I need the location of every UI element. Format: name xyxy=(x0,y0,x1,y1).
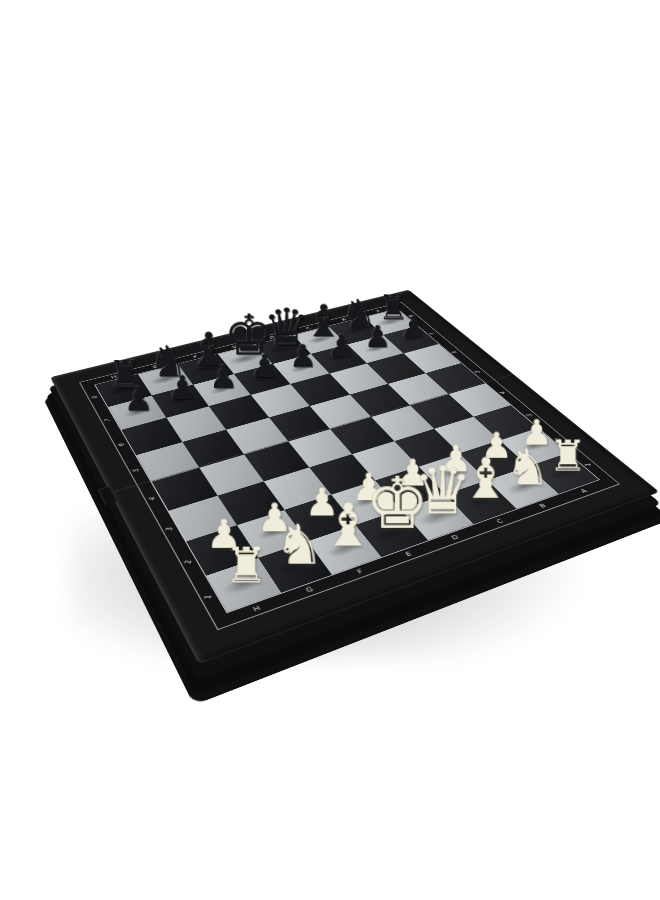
piece-white-rook: ♜ xyxy=(209,540,283,589)
chess-board: HGFEDCBA HGFEDCBA 87654321 87654321 ♜♞♝♚… xyxy=(50,290,659,665)
scene: HGFEDCBA HGFEDCBA 87654321 87654321 ♜♞♝♚… xyxy=(0,0,660,900)
piece-black-pawn: ♟ xyxy=(109,382,168,415)
coordinate-label: 8 xyxy=(71,394,118,400)
coordinate-label: 7 xyxy=(412,331,453,336)
coordinate-label: 8 xyxy=(392,314,432,319)
coordinate-label: 4 xyxy=(480,390,526,396)
coordinate-label: 6 xyxy=(433,349,476,355)
board-inner-border: HGFEDCBA HGFEDCBA 87654321 87654321 ♜♞♝♚… xyxy=(79,302,620,630)
coordinate-label: 7 xyxy=(84,417,132,424)
coordinate-label: 5 xyxy=(456,369,500,375)
